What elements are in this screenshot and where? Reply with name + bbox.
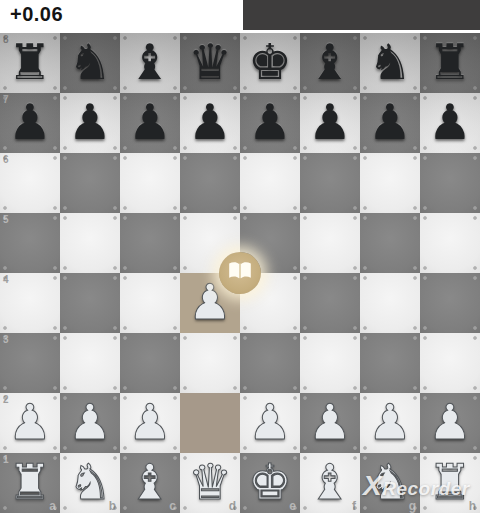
square-c8[interactable]: ♝ (120, 33, 180, 93)
square-c5[interactable] (120, 213, 180, 273)
square-f6[interactable] (300, 153, 360, 213)
square-h7[interactable]: ♟ (420, 93, 480, 153)
square-g8[interactable]: ♞ (360, 33, 420, 93)
black-knight[interactable]: ♞ (368, 35, 412, 91)
square-g3[interactable] (360, 333, 420, 393)
white-pawn[interactable]: ♟ (308, 395, 352, 451)
square-b2[interactable]: ♟ (60, 393, 120, 453)
white-queen[interactable]: ♛ (188, 455, 232, 511)
square-g4[interactable] (360, 273, 420, 333)
square-b8[interactable]: ♞ (60, 33, 120, 93)
square-a3[interactable]: 3 (0, 333, 60, 393)
square-d1[interactable]: d♛ (180, 453, 240, 513)
white-pawn[interactable]: ♟ (368, 395, 412, 451)
square-c7[interactable]: ♟ (120, 93, 180, 153)
white-knight[interactable]: ♞ (68, 455, 112, 511)
square-b5[interactable] (60, 213, 120, 273)
square-d7[interactable]: ♟ (180, 93, 240, 153)
white-pawn[interactable]: ♟ (8, 395, 52, 451)
black-queen[interactable]: ♛ (188, 35, 232, 91)
square-e3[interactable] (240, 333, 300, 393)
square-g5[interactable] (360, 213, 420, 273)
top-right-panel (243, 0, 480, 30)
white-bishop[interactable]: ♝ (308, 455, 352, 511)
black-pawn[interactable]: ♟ (308, 95, 352, 151)
black-king[interactable]: ♚ (248, 35, 292, 91)
square-h5[interactable] (420, 213, 480, 273)
watermark-text: Recorder (382, 478, 469, 499)
rank-label-4: 4 (3, 275, 9, 285)
square-h3[interactable] (420, 333, 480, 393)
square-f4[interactable] (300, 273, 360, 333)
square-g7[interactable]: ♟ (360, 93, 420, 153)
square-a7[interactable]: 7♟ (0, 93, 60, 153)
square-a4[interactable]: 4 (0, 273, 60, 333)
white-pawn[interactable]: ♟ (248, 395, 292, 451)
rank-label-3: 3 (3, 335, 9, 345)
top-bar: +0.06 (0, 0, 480, 33)
black-pawn[interactable]: ♟ (68, 95, 112, 151)
white-pawn[interactable]: ♟ (428, 395, 472, 451)
chess-app-screen: +0.06 8♜♞♝♛♚♝♞♜7♟♟♟♟♟♟♟♟654♟32♟♟♟♟♟♟♟1a♜… (0, 0, 480, 514)
square-b7[interactable]: ♟ (60, 93, 120, 153)
black-rook[interactable]: ♜ (428, 35, 472, 91)
black-pawn[interactable]: ♟ (428, 95, 472, 151)
white-king[interactable]: ♚ (248, 455, 292, 511)
book-move-badge (219, 252, 261, 294)
white-bishop[interactable]: ♝ (128, 455, 172, 511)
square-a5[interactable]: 5 (0, 213, 60, 273)
square-h6[interactable] (420, 153, 480, 213)
file-label-f: f (352, 501, 356, 511)
rank-label-5: 5 (3, 215, 9, 225)
square-c3[interactable] (120, 333, 180, 393)
white-pawn[interactable]: ♟ (68, 395, 112, 451)
square-e6[interactable] (240, 153, 300, 213)
white-rook[interactable]: ♜ (8, 455, 52, 511)
black-rook[interactable]: ♜ (8, 35, 52, 91)
watermark-x: X (363, 470, 382, 501)
black-pawn[interactable]: ♟ (248, 95, 292, 151)
square-c2[interactable]: ♟ (120, 393, 180, 453)
white-pawn[interactable]: ♟ (128, 395, 172, 451)
square-f7[interactable]: ♟ (300, 93, 360, 153)
black-knight[interactable]: ♞ (68, 35, 112, 91)
square-f2[interactable]: ♟ (300, 393, 360, 453)
square-c6[interactable] (120, 153, 180, 213)
square-b4[interactable] (60, 273, 120, 333)
square-a2[interactable]: 2♟ (0, 393, 60, 453)
black-bishop[interactable]: ♝ (128, 35, 172, 91)
square-e2[interactable]: ♟ (240, 393, 300, 453)
square-f1[interactable]: f♝ (300, 453, 360, 513)
square-c4[interactable] (120, 273, 180, 333)
open-book-icon (227, 261, 253, 285)
rank-label-6: 6 (3, 155, 9, 165)
square-b3[interactable] (60, 333, 120, 393)
xrecorder-watermark: XRecorder (363, 470, 470, 502)
square-h2[interactable]: ♟ (420, 393, 480, 453)
square-f8[interactable]: ♝ (300, 33, 360, 93)
square-h4[interactable] (420, 273, 480, 333)
square-c1[interactable]: c♝ (120, 453, 180, 513)
evaluation-score: +0.06 (10, 3, 63, 26)
square-e1[interactable]: e♚ (240, 453, 300, 513)
square-f3[interactable] (300, 333, 360, 393)
square-b6[interactable] (60, 153, 120, 213)
square-b1[interactable]: b♞ (60, 453, 120, 513)
square-a1[interactable]: 1a♜ (0, 453, 60, 513)
black-bishop[interactable]: ♝ (308, 35, 352, 91)
square-e7[interactable]: ♟ (240, 93, 300, 153)
square-e8[interactable]: ♚ (240, 33, 300, 93)
square-h8[interactable]: ♜ (420, 33, 480, 93)
square-d8[interactable]: ♛ (180, 33, 240, 93)
square-d2[interactable] (180, 393, 240, 453)
square-g2[interactable]: ♟ (360, 393, 420, 453)
black-pawn[interactable]: ♟ (368, 95, 412, 151)
square-f5[interactable] (300, 213, 360, 273)
square-d6[interactable] (180, 153, 240, 213)
black-pawn[interactable]: ♟ (8, 95, 52, 151)
square-g6[interactable] (360, 153, 420, 213)
square-a8[interactable]: 8♜ (0, 33, 60, 93)
square-a6[interactable]: 6 (0, 153, 60, 213)
square-d3[interactable] (180, 333, 240, 393)
black-pawn[interactable]: ♟ (128, 95, 172, 151)
black-pawn[interactable]: ♟ (188, 95, 232, 151)
